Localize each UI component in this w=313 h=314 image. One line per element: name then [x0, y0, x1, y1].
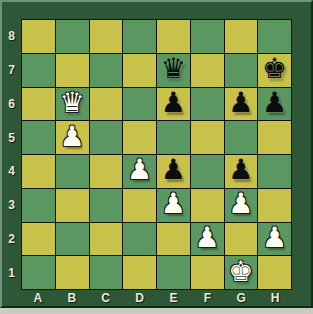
square-b4[interactable] [56, 155, 89, 188]
square-h5[interactable] [258, 121, 291, 154]
piece-black-king-h7[interactable]: ♚ [262, 55, 287, 83]
board-frame: 87654321 ♛♚♛♟♟♟♟♟♟♟♟♟♟♟♚ ABCDEFGH [0, 0, 313, 308]
square-b7[interactable] [56, 54, 89, 87]
square-c3[interactable] [90, 189, 123, 222]
rank-label-8: 8 [2, 19, 21, 53]
piece-white-queen-b6[interactable]: ♛ [60, 89, 85, 117]
square-f7[interactable] [191, 54, 224, 87]
square-c5[interactable] [90, 121, 123, 154]
rank-label-6: 6 [2, 87, 21, 121]
file-label-d: D [123, 290, 157, 306]
square-g6[interactable]: ♟ [225, 88, 258, 121]
square-b5[interactable]: ♟ [56, 121, 89, 154]
square-f8[interactable] [191, 20, 224, 53]
square-a6[interactable] [22, 88, 55, 121]
square-b3[interactable] [56, 189, 89, 222]
square-h4[interactable] [258, 155, 291, 188]
square-b2[interactable] [56, 223, 89, 256]
rank-labels: 87654321 [2, 19, 21, 290]
square-d4[interactable]: ♟ [123, 155, 156, 188]
square-f4[interactable] [191, 155, 224, 188]
square-e8[interactable] [157, 20, 190, 53]
rank-label-7: 7 [2, 53, 21, 87]
square-g4[interactable]: ♟ [225, 155, 258, 188]
square-d8[interactable] [123, 20, 156, 53]
piece-white-pawn-e3[interactable]: ♟ [161, 190, 186, 218]
square-d1[interactable] [123, 256, 156, 289]
piece-black-pawn-h6[interactable]: ♟ [262, 89, 287, 117]
piece-black-pawn-g6[interactable]: ♟ [228, 89, 253, 117]
file-label-a: A [21, 290, 55, 306]
square-c4[interactable] [90, 155, 123, 188]
square-g3[interactable]: ♟ [225, 189, 258, 222]
square-d2[interactable] [123, 223, 156, 256]
square-d3[interactable] [123, 189, 156, 222]
square-f3[interactable] [191, 189, 224, 222]
piece-white-pawn-f2[interactable]: ♟ [195, 224, 220, 252]
piece-black-pawn-g4[interactable]: ♟ [228, 156, 253, 184]
square-b8[interactable] [56, 20, 89, 53]
piece-white-pawn-b5[interactable]: ♟ [60, 123, 85, 151]
square-e7[interactable]: ♛ [157, 54, 190, 87]
square-c6[interactable] [90, 88, 123, 121]
piece-white-pawn-d4[interactable]: ♟ [127, 156, 152, 184]
square-c1[interactable] [90, 256, 123, 289]
square-f1[interactable] [191, 256, 224, 289]
file-label-f: F [190, 290, 224, 306]
piece-black-queen-e7[interactable]: ♛ [161, 55, 186, 83]
piece-white-king-g1[interactable]: ♚ [228, 258, 253, 286]
square-h8[interactable] [258, 20, 291, 53]
piece-black-pawn-e6[interactable]: ♟ [161, 89, 186, 117]
rank-label-5: 5 [2, 121, 21, 155]
rank-label-2: 2 [2, 222, 21, 256]
square-e3[interactable]: ♟ [157, 189, 190, 222]
square-e1[interactable] [157, 256, 190, 289]
square-f2[interactable]: ♟ [191, 223, 224, 256]
file-label-c: C [89, 290, 123, 306]
square-e2[interactable] [157, 223, 190, 256]
chess-board: ♛♚♛♟♟♟♟♟♟♟♟♟♟♟♚ [21, 19, 292, 290]
square-c7[interactable] [90, 54, 123, 87]
square-a2[interactable] [22, 223, 55, 256]
file-label-e: E [157, 290, 191, 306]
file-label-h: H [258, 290, 292, 306]
file-labels: ABCDEFGH [21, 290, 292, 306]
file-label-g: G [224, 290, 258, 306]
square-a5[interactable] [22, 121, 55, 154]
square-e6[interactable]: ♟ [157, 88, 190, 121]
square-g5[interactable] [225, 121, 258, 154]
square-d7[interactable] [123, 54, 156, 87]
square-h2[interactable]: ♟ [258, 223, 291, 256]
square-h7[interactable]: ♚ [258, 54, 291, 87]
rank-label-4: 4 [2, 155, 21, 189]
square-b1[interactable] [56, 256, 89, 289]
square-c2[interactable] [90, 223, 123, 256]
square-c8[interactable] [90, 20, 123, 53]
square-g7[interactable] [225, 54, 258, 87]
square-g8[interactable] [225, 20, 258, 53]
page-background-strip [0, 308, 313, 314]
square-e4[interactable]: ♟ [157, 155, 190, 188]
square-a8[interactable] [22, 20, 55, 53]
piece-white-pawn-g3[interactable]: ♟ [228, 190, 253, 218]
square-d6[interactable] [123, 88, 156, 121]
file-label-b: B [55, 290, 89, 306]
square-a3[interactable] [22, 189, 55, 222]
square-h3[interactable] [258, 189, 291, 222]
square-a4[interactable] [22, 155, 55, 188]
piece-black-pawn-e4[interactable]: ♟ [161, 156, 186, 184]
square-h1[interactable] [258, 256, 291, 289]
square-g2[interactable] [225, 223, 258, 256]
piece-white-pawn-h2[interactable]: ♟ [262, 224, 287, 252]
square-e5[interactable] [157, 121, 190, 154]
rank-label-3: 3 [2, 188, 21, 222]
square-h6[interactable]: ♟ [258, 88, 291, 121]
square-a1[interactable] [22, 256, 55, 289]
square-f5[interactable] [191, 121, 224, 154]
square-f6[interactable] [191, 88, 224, 121]
square-g1[interactable]: ♚ [225, 256, 258, 289]
square-d5[interactable] [123, 121, 156, 154]
rank-label-1: 1 [2, 256, 21, 290]
square-b6[interactable]: ♛ [56, 88, 89, 121]
square-a7[interactable] [22, 54, 55, 87]
